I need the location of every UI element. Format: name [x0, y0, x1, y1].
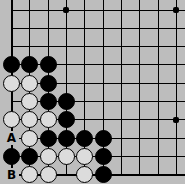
- white-stone: [40, 166, 57, 183]
- white-stone: [3, 111, 20, 128]
- black-stone: [40, 75, 57, 92]
- black-stone: [21, 148, 38, 165]
- black-stone: [76, 130, 93, 147]
- white-stone: [21, 75, 38, 92]
- white-stone: [40, 148, 57, 165]
- star-point: [173, 7, 179, 13]
- white-stone: [21, 130, 38, 147]
- white-stone: [76, 166, 93, 183]
- go-board-diagram[interactable]: AB: [0, 0, 185, 184]
- grid-line: [176, 0, 177, 176]
- grid-line: [139, 0, 140, 176]
- white-stone: [58, 148, 75, 165]
- grid-line: [11, 28, 186, 29]
- black-stone: [40, 56, 57, 73]
- point-label-A[interactable]: A: [4, 131, 20, 145]
- white-stone: [40, 111, 57, 128]
- black-stone: [58, 130, 75, 147]
- black-stone: [95, 166, 112, 183]
- black-stone: [40, 93, 57, 110]
- black-stone: [58, 93, 75, 110]
- white-stone: [76, 148, 93, 165]
- grid-line: [158, 0, 159, 176]
- grid-line: [11, 46, 186, 47]
- white-stone: [3, 75, 20, 92]
- white-stone: [21, 111, 38, 128]
- black-stone: [3, 56, 20, 73]
- black-stone: [95, 130, 112, 147]
- white-stone: [21, 166, 38, 183]
- black-stone: [3, 148, 20, 165]
- grid-line: [121, 0, 122, 176]
- star-point: [63, 7, 69, 13]
- black-stone: [58, 111, 75, 128]
- black-stone: [95, 148, 112, 165]
- grid-line: [11, 10, 186, 11]
- point-label-B[interactable]: B: [4, 168, 20, 182]
- white-stone: [21, 93, 38, 110]
- black-stone: [40, 130, 57, 147]
- star-point: [173, 117, 179, 123]
- black-stone: [21, 56, 38, 73]
